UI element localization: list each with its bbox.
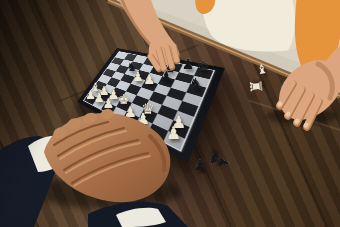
man-hands-scene	[0, 0, 340, 227]
photo-scene: ♟♚♝♛♞♟♞♟♟♝♟♟♚♛♟♟♟♟♟♟♟ ♝♜♟♞♟	[0, 0, 340, 227]
